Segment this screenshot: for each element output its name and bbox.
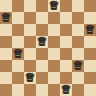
square-e6[interactable] <box>48 24 60 36</box>
square-g2[interactable] <box>72 72 84 84</box>
square-a6[interactable] <box>0 24 12 36</box>
square-c2[interactable]: ♛ <box>24 72 36 84</box>
square-h1[interactable] <box>84 84 96 96</box>
square-e7[interactable] <box>48 12 60 24</box>
square-c7[interactable] <box>24 12 36 24</box>
square-f7[interactable] <box>60 12 72 24</box>
square-g5[interactable] <box>72 36 84 48</box>
white-queen-b4[interactable]: ♛ <box>13 48 23 60</box>
square-a8[interactable] <box>0 0 12 12</box>
square-d8[interactable] <box>36 0 48 12</box>
square-c8[interactable] <box>24 0 36 12</box>
square-d3[interactable] <box>36 60 48 72</box>
square-f4[interactable] <box>60 48 72 60</box>
square-b3[interactable] <box>12 60 24 72</box>
square-a4[interactable] <box>0 48 12 60</box>
square-g6[interactable] <box>72 24 84 36</box>
white-queen-f1[interactable]: ♛ <box>61 84 71 96</box>
square-d6[interactable] <box>36 24 48 36</box>
white-queen-c2[interactable]: ♛ <box>25 72 35 84</box>
white-queen-h6[interactable]: ♛ <box>85 24 95 36</box>
square-h4[interactable] <box>84 48 96 60</box>
white-queen-g3[interactable]: ♛ <box>73 60 83 72</box>
square-f3[interactable] <box>60 60 72 72</box>
square-e3[interactable] <box>48 60 60 72</box>
square-b2[interactable] <box>12 72 24 84</box>
square-e5[interactable] <box>48 36 60 48</box>
square-g8[interactable] <box>72 0 84 12</box>
square-a2[interactable] <box>0 72 12 84</box>
square-d5[interactable]: ♛ <box>36 36 48 48</box>
square-b1[interactable] <box>12 84 24 96</box>
square-a7[interactable]: ♛ <box>0 12 12 24</box>
square-h2[interactable] <box>84 72 96 84</box>
square-a3[interactable] <box>0 60 12 72</box>
square-e8[interactable]: ♛ <box>48 0 60 12</box>
chess-board: ♛♛♛♛♛♛♛♛ <box>0 0 96 96</box>
square-h7[interactable] <box>84 12 96 24</box>
square-d1[interactable] <box>36 84 48 96</box>
square-g4[interactable] <box>72 48 84 60</box>
square-d2[interactable] <box>36 72 48 84</box>
white-queen-d5[interactable]: ♛ <box>37 36 47 48</box>
square-c4[interactable] <box>24 48 36 60</box>
square-b4[interactable]: ♛ <box>12 48 24 60</box>
square-a5[interactable] <box>0 36 12 48</box>
square-f5[interactable] <box>60 36 72 48</box>
square-g7[interactable] <box>72 12 84 24</box>
square-b5[interactable] <box>12 36 24 48</box>
square-h3[interactable] <box>84 60 96 72</box>
square-d7[interactable] <box>36 12 48 24</box>
square-f6[interactable] <box>60 24 72 36</box>
square-h8[interactable] <box>84 0 96 12</box>
square-g1[interactable] <box>72 84 84 96</box>
white-queen-e8[interactable]: ♛ <box>49 0 59 12</box>
square-f2[interactable] <box>60 72 72 84</box>
square-c3[interactable] <box>24 60 36 72</box>
square-f1[interactable]: ♛ <box>60 84 72 96</box>
square-e1[interactable] <box>48 84 60 96</box>
square-c5[interactable] <box>24 36 36 48</box>
square-b6[interactable] <box>12 24 24 36</box>
white-queen-a7[interactable]: ♛ <box>1 12 11 24</box>
square-a1[interactable] <box>0 84 12 96</box>
square-d4[interactable] <box>36 48 48 60</box>
square-b8[interactable] <box>12 0 24 12</box>
square-g3[interactable]: ♛ <box>72 60 84 72</box>
square-c1[interactable] <box>24 84 36 96</box>
square-c6[interactable] <box>24 24 36 36</box>
square-h6[interactable]: ♛ <box>84 24 96 36</box>
square-e2[interactable] <box>48 72 60 84</box>
square-h5[interactable] <box>84 36 96 48</box>
square-e4[interactable] <box>48 48 60 60</box>
square-f8[interactable] <box>60 0 72 12</box>
square-b7[interactable] <box>12 12 24 24</box>
